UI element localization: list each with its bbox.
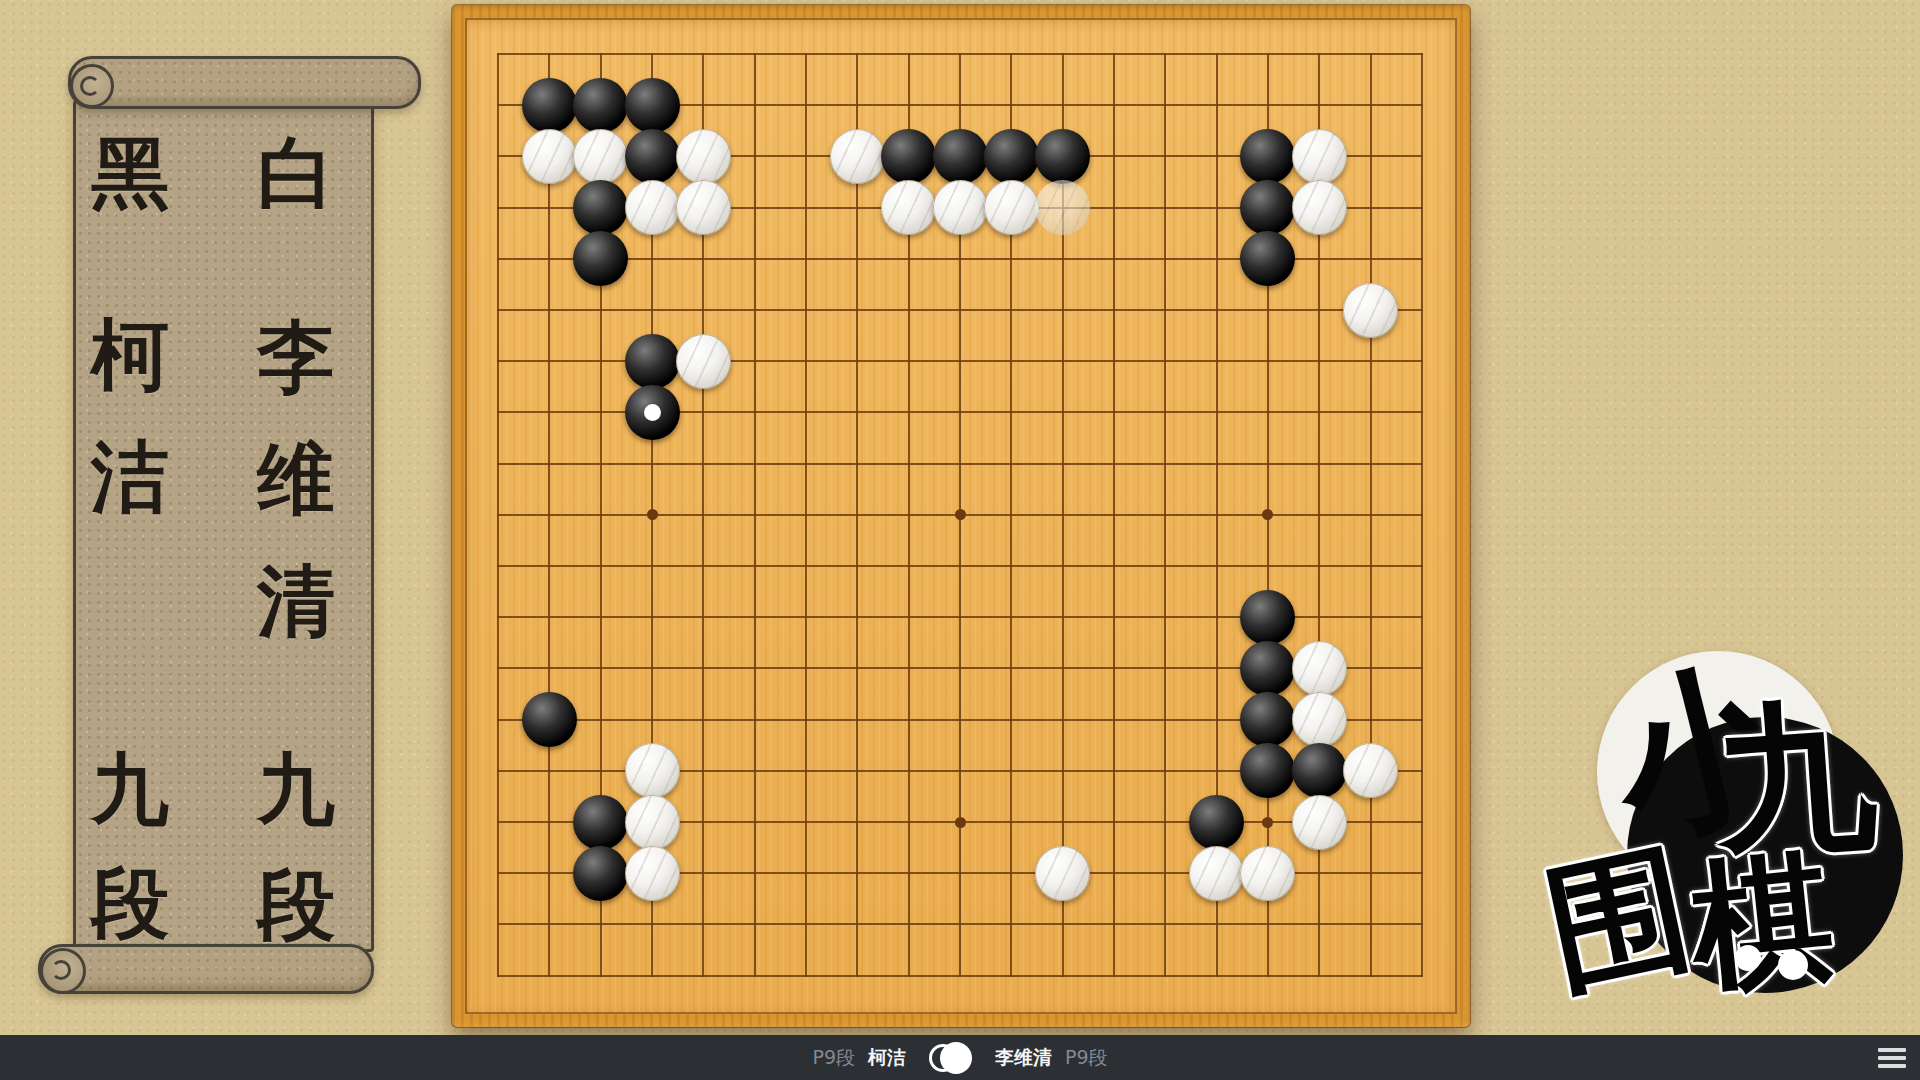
white-stone — [984, 180, 1039, 235]
black-stone — [1240, 641, 1295, 696]
star-point — [955, 817, 966, 828]
white-stone — [1343, 283, 1398, 338]
black-stone — [1240, 743, 1295, 798]
white-stone — [522, 129, 577, 184]
logo-char: 棋 — [1685, 844, 1839, 998]
black-stone — [522, 78, 577, 133]
scroll-top-curl-icon — [70, 64, 114, 108]
scroll-top-roll — [68, 56, 421, 109]
star-point — [647, 509, 658, 520]
white-stone — [625, 795, 680, 850]
scroll-char: 李 — [254, 318, 338, 396]
black-stone — [1240, 692, 1295, 747]
hover-preview-white-stone — [1035, 180, 1090, 235]
grid-line — [1370, 53, 1372, 977]
black-stone — [1189, 795, 1244, 850]
white-stone — [1292, 795, 1347, 850]
black-stone — [933, 129, 988, 184]
player-scroll: 白李维清九段黑柯洁九段 — [38, 56, 418, 1006]
grid-line — [497, 565, 1423, 567]
white-stone — [1292, 692, 1347, 747]
logo-char: 围 — [1535, 835, 1701, 1001]
white-stone — [625, 180, 680, 235]
scroll-char: 九 — [88, 750, 172, 828]
black-stone — [573, 180, 628, 235]
scroll-char: 九 — [254, 750, 338, 828]
grid-line — [1113, 53, 1115, 977]
grid-line — [1421, 53, 1423, 977]
logo-stone-dot-icon — [1735, 945, 1761, 971]
players-status: P9段 柯洁 李维清 P9段 — [812, 1042, 1107, 1074]
scroll-char: 白 — [254, 134, 338, 212]
app-logo: 小九围棋 — [1540, 640, 1910, 1050]
scroll-bottom-roll — [38, 944, 374, 994]
white-stone — [676, 334, 731, 389]
white-stone — [1189, 846, 1244, 901]
white-player-rank: P9段 — [1065, 1045, 1108, 1071]
black-stone — [984, 129, 1039, 184]
white-stone — [1343, 743, 1398, 798]
scroll-bottom-curl-icon — [40, 948, 86, 994]
app-background: 白李维清九段黑柯洁九段 小九围棋 P9段 柯洁 李维清 P9段 — [0, 0, 1920, 1080]
scroll-char: 洁 — [88, 438, 172, 516]
bottom-bar: P9段 柯洁 李维清 P9段 — [0, 1035, 1920, 1080]
white-stone — [881, 180, 936, 235]
grid-line — [497, 923, 1423, 925]
star-point — [1262, 509, 1273, 520]
black-stone — [1240, 231, 1295, 286]
white-stone — [1240, 846, 1295, 901]
white-stone — [625, 743, 680, 798]
black-stone — [1240, 129, 1295, 184]
logo-stone-dot-icon — [1778, 950, 1808, 980]
white-stone — [625, 846, 680, 901]
black-stone — [573, 231, 628, 286]
black-stone — [1240, 590, 1295, 645]
black-stone — [625, 334, 680, 389]
white-stone — [1292, 641, 1347, 696]
black-stone — [1292, 743, 1347, 798]
black-stone — [625, 385, 680, 440]
star-point — [1262, 817, 1273, 828]
menu-button[interactable] — [1878, 1044, 1906, 1072]
scroll-char: 黑 — [88, 134, 172, 212]
scroll-char: 段 — [254, 866, 338, 944]
scroll-char: 清 — [254, 562, 338, 640]
black-stone — [625, 129, 680, 184]
scroll-char: 柯 — [88, 316, 172, 394]
white-stone — [1035, 846, 1090, 901]
last-move-marker — [644, 404, 661, 421]
black-stone — [573, 846, 628, 901]
white-stone — [676, 180, 731, 235]
white-stone — [1292, 129, 1347, 184]
black-stone — [573, 795, 628, 850]
white-stone — [573, 129, 628, 184]
star-point — [955, 509, 966, 520]
black-stone — [1240, 180, 1295, 235]
white-stone — [830, 129, 885, 184]
black-stone — [573, 78, 628, 133]
white-player-name: 李维清 — [995, 1045, 1052, 1071]
white-stone — [933, 180, 988, 235]
grid-line — [497, 975, 1423, 977]
white-stone — [676, 129, 731, 184]
black-stone — [1035, 129, 1090, 184]
turn-toggle[interactable] — [929, 1042, 972, 1074]
scroll-char: 维 — [254, 440, 338, 518]
scroll-char: 段 — [88, 864, 172, 942]
black-stone — [522, 692, 577, 747]
go-board[interactable] — [452, 5, 1470, 1027]
black-stone — [881, 129, 936, 184]
black-player-rank: P9段 — [812, 1045, 855, 1071]
board-surface[interactable] — [465, 18, 1457, 1014]
white-stone-knob-icon — [940, 1042, 972, 1074]
grid-line — [1164, 53, 1166, 977]
white-stone — [1292, 180, 1347, 235]
black-stone — [625, 78, 680, 133]
black-player-name: 柯洁 — [868, 1045, 906, 1071]
